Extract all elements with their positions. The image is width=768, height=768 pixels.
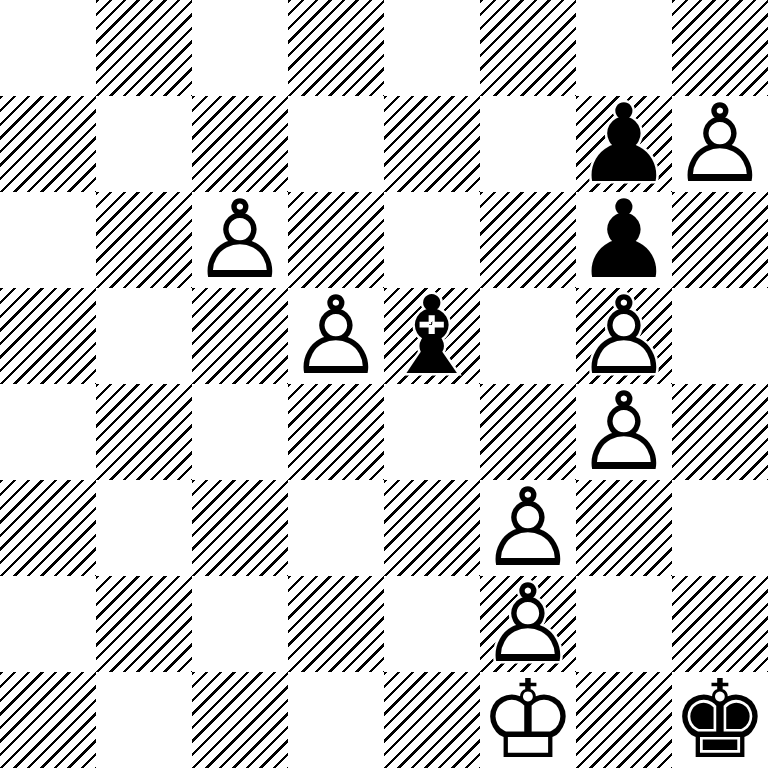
square-a1[interactable] bbox=[0, 672, 96, 768]
piece-white-pawn[interactable]: ♟♙ bbox=[576, 288, 672, 384]
piece-white-pawn[interactable]: ♟♙ bbox=[192, 192, 288, 288]
square-a7[interactable] bbox=[0, 96, 96, 192]
square-a8[interactable] bbox=[0, 0, 96, 96]
square-d5[interactable]: ♟♙ bbox=[288, 288, 384, 384]
piece-white-pawn[interactable]: ♟♙ bbox=[480, 480, 576, 576]
square-f1[interactable]: ♚♔ bbox=[480, 672, 576, 768]
piece-white-pawn[interactable]: ♟♙ bbox=[480, 576, 576, 672]
square-d7[interactable] bbox=[288, 96, 384, 192]
square-h5[interactable] bbox=[672, 288, 768, 384]
square-c7[interactable] bbox=[192, 96, 288, 192]
square-b7[interactable] bbox=[96, 96, 192, 192]
square-b3[interactable] bbox=[96, 480, 192, 576]
square-h4[interactable] bbox=[672, 384, 768, 480]
white-pawn-icon: ♙ bbox=[480, 576, 576, 672]
square-a5[interactable] bbox=[0, 288, 96, 384]
white-pawn-icon: ♙ bbox=[672, 96, 768, 192]
black-bishop-icon: ♝ bbox=[384, 288, 480, 384]
square-d6[interactable] bbox=[288, 192, 384, 288]
square-f2[interactable]: ♟♙ bbox=[480, 576, 576, 672]
square-f6[interactable] bbox=[480, 192, 576, 288]
square-a2[interactable] bbox=[0, 576, 96, 672]
square-b5[interactable] bbox=[96, 288, 192, 384]
square-e4[interactable] bbox=[384, 384, 480, 480]
square-h1[interactable]: ♚♚ bbox=[672, 672, 768, 768]
square-b4[interactable] bbox=[96, 384, 192, 480]
square-e8[interactable] bbox=[384, 0, 480, 96]
square-f4[interactable] bbox=[480, 384, 576, 480]
white-king-icon: ♔ bbox=[480, 672, 576, 768]
square-a4[interactable] bbox=[0, 384, 96, 480]
square-g8[interactable] bbox=[576, 0, 672, 96]
square-g2[interactable] bbox=[576, 576, 672, 672]
white-pawn-icon: ♙ bbox=[576, 384, 672, 480]
square-e2[interactable] bbox=[384, 576, 480, 672]
square-d8[interactable] bbox=[288, 0, 384, 96]
piece-black-pawn[interactable]: ♟♟ bbox=[576, 192, 672, 288]
square-c3[interactable] bbox=[192, 480, 288, 576]
square-g5[interactable]: ♟♙ bbox=[576, 288, 672, 384]
square-e3[interactable] bbox=[384, 480, 480, 576]
square-c1[interactable] bbox=[192, 672, 288, 768]
piece-white-pawn[interactable]: ♟♙ bbox=[672, 96, 768, 192]
piece-white-pawn[interactable]: ♟♙ bbox=[288, 288, 384, 384]
square-e1[interactable] bbox=[384, 672, 480, 768]
square-c6[interactable]: ♟♙ bbox=[192, 192, 288, 288]
square-h6[interactable] bbox=[672, 192, 768, 288]
square-f3[interactable]: ♟♙ bbox=[480, 480, 576, 576]
square-g3[interactable] bbox=[576, 480, 672, 576]
black-pawn-icon: ♟ bbox=[576, 96, 672, 192]
square-e5[interactable]: ♝♝ bbox=[384, 288, 480, 384]
piece-black-bishop[interactable]: ♝♝ bbox=[384, 288, 480, 384]
white-pawn-icon: ♙ bbox=[576, 288, 672, 384]
square-h2[interactable] bbox=[672, 576, 768, 672]
piece-black-pawn[interactable]: ♟♟ bbox=[576, 96, 672, 192]
square-b1[interactable] bbox=[96, 672, 192, 768]
square-b2[interactable] bbox=[96, 576, 192, 672]
square-g7[interactable]: ♟♟ bbox=[576, 96, 672, 192]
square-d2[interactable] bbox=[288, 576, 384, 672]
piece-white-king[interactable]: ♚♔ bbox=[480, 672, 576, 768]
white-pawn-icon: ♙ bbox=[192, 192, 288, 288]
square-a3[interactable] bbox=[0, 480, 96, 576]
square-b8[interactable] bbox=[96, 0, 192, 96]
square-f5[interactable] bbox=[480, 288, 576, 384]
square-e7[interactable] bbox=[384, 96, 480, 192]
square-h7[interactable]: ♟♙ bbox=[672, 96, 768, 192]
square-b6[interactable] bbox=[96, 192, 192, 288]
square-h3[interactable] bbox=[672, 480, 768, 576]
white-pawn-icon: ♙ bbox=[480, 480, 576, 576]
square-d4[interactable] bbox=[288, 384, 384, 480]
black-pawn-icon: ♟ bbox=[576, 192, 672, 288]
square-e6[interactable] bbox=[384, 192, 480, 288]
piece-white-pawn[interactable]: ♟♙ bbox=[576, 384, 672, 480]
square-d3[interactable] bbox=[288, 480, 384, 576]
square-a6[interactable] bbox=[0, 192, 96, 288]
square-d1[interactable] bbox=[288, 672, 384, 768]
square-g6[interactable]: ♟♟ bbox=[576, 192, 672, 288]
white-pawn-icon: ♙ bbox=[288, 288, 384, 384]
square-h8[interactable] bbox=[672, 0, 768, 96]
square-f8[interactable] bbox=[480, 0, 576, 96]
square-c5[interactable] bbox=[192, 288, 288, 384]
square-g1[interactable] bbox=[576, 672, 672, 768]
square-c8[interactable] bbox=[192, 0, 288, 96]
square-f7[interactable] bbox=[480, 96, 576, 192]
piece-black-king[interactable]: ♚♚ bbox=[672, 672, 768, 768]
square-c4[interactable] bbox=[192, 384, 288, 480]
black-king-icon: ♚ bbox=[672, 672, 768, 768]
square-c2[interactable] bbox=[192, 576, 288, 672]
chess-board: ♟♟♟♙♟♙♟♟♟♙♝♝♟♙♟♙♟♙♟♙♚♔♚♚ bbox=[0, 0, 768, 768]
square-g4[interactable]: ♟♙ bbox=[576, 384, 672, 480]
